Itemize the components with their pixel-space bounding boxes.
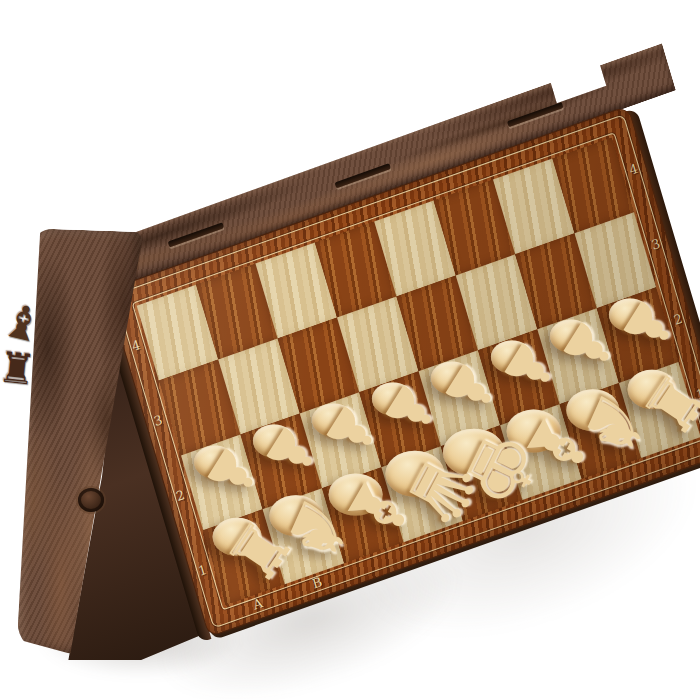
- chessboard: 44332211AB: [106, 105, 700, 637]
- hinge-slot: [334, 163, 390, 188]
- open-board-half: 44332211AB: [106, 106, 700, 636]
- rank-label-right-4: 4: [620, 158, 647, 180]
- hinge-slot: [167, 222, 223, 247]
- rank-label-right-3: 3: [642, 233, 669, 255]
- chess-set-photo: Half-open folding magnetic travel chess …: [0, 0, 700, 700]
- hinge-slot: [507, 102, 563, 127]
- latch-knob: [78, 488, 104, 512]
- rank-label-right-2: 2: [665, 308, 692, 330]
